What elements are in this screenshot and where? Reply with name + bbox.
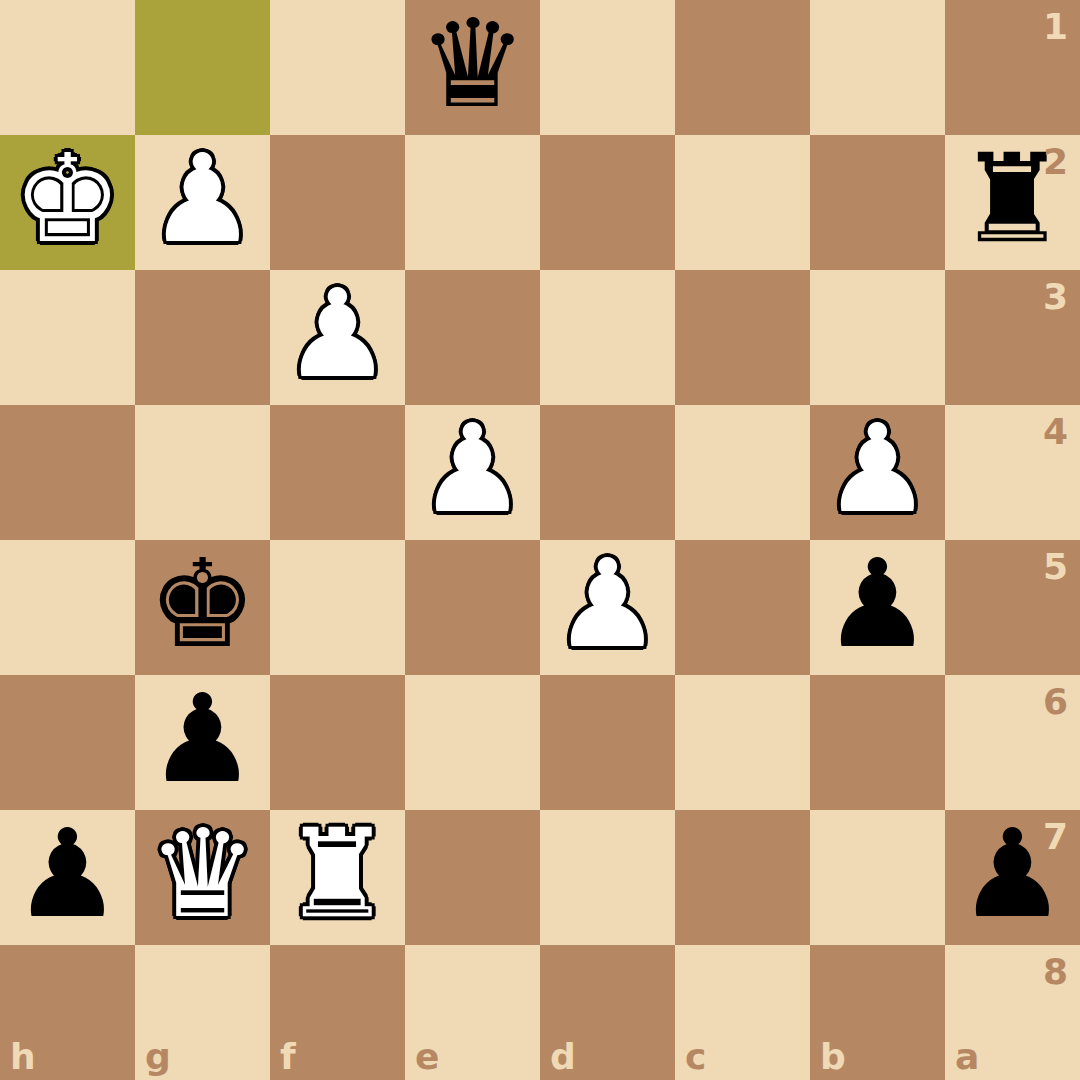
square-f1[interactable] [270, 0, 405, 135]
square-e5[interactable] [405, 540, 540, 675]
square-d4[interactable] [540, 405, 675, 540]
square-e8[interactable]: e [405, 945, 540, 1080]
square-b4[interactable]: ♟ [810, 405, 945, 540]
square-f4[interactable] [270, 405, 405, 540]
file-label-h: h [10, 1039, 36, 1075]
square-e7[interactable] [405, 810, 540, 945]
square-h3[interactable] [0, 270, 135, 405]
square-h2[interactable]: ♚ [0, 135, 135, 270]
file-label-d: d [550, 1039, 576, 1075]
square-e1[interactable]: ♛ [405, 0, 540, 135]
square-b6[interactable] [810, 675, 945, 810]
square-f2[interactable] [270, 135, 405, 270]
white-pawn-icon[interactable]: ♟ [553, 543, 662, 665]
square-g4[interactable] [135, 405, 270, 540]
square-d3[interactable] [540, 270, 675, 405]
black-pawn-icon[interactable]: ♟ [148, 678, 257, 800]
square-e4[interactable]: ♟ [405, 405, 540, 540]
white-pawn-icon[interactable]: ♟ [823, 408, 932, 530]
white-queen-icon[interactable]: ♛ [148, 813, 257, 935]
file-label-f: f [280, 1039, 296, 1075]
square-f8[interactable]: f [270, 945, 405, 1080]
square-e6[interactable] [405, 675, 540, 810]
square-c6[interactable] [675, 675, 810, 810]
rank-label-6: 6 [1043, 684, 1068, 720]
square-c4[interactable] [675, 405, 810, 540]
square-a7[interactable]: ♟7 [945, 810, 1080, 945]
file-label-e: e [415, 1039, 439, 1075]
square-g3[interactable] [135, 270, 270, 405]
white-king-icon[interactable]: ♚ [13, 138, 122, 260]
black-pawn-icon[interactable]: ♟ [13, 813, 122, 935]
square-b8[interactable]: b [810, 945, 945, 1080]
square-c7[interactable] [675, 810, 810, 945]
square-g2[interactable]: ♟ [135, 135, 270, 270]
square-d6[interactable] [540, 675, 675, 810]
square-d5[interactable]: ♟ [540, 540, 675, 675]
square-b2[interactable] [810, 135, 945, 270]
square-a1[interactable]: 1 [945, 0, 1080, 135]
square-h5[interactable] [0, 540, 135, 675]
file-label-c: c [685, 1039, 706, 1075]
square-h8[interactable]: h [0, 945, 135, 1080]
square-c3[interactable] [675, 270, 810, 405]
black-king-icon[interactable]: ♚ [148, 543, 257, 665]
square-c2[interactable] [675, 135, 810, 270]
rank-label-5: 5 [1043, 549, 1068, 585]
square-h6[interactable] [0, 675, 135, 810]
square-c5[interactable] [675, 540, 810, 675]
square-a8[interactable]: a8 [945, 945, 1080, 1080]
square-a4[interactable]: 4 [945, 405, 1080, 540]
square-g5[interactable]: ♚ [135, 540, 270, 675]
square-f3[interactable]: ♟ [270, 270, 405, 405]
white-pawn-icon[interactable]: ♟ [418, 408, 527, 530]
rank-label-1: 1 [1043, 9, 1068, 45]
square-a3[interactable]: 3 [945, 270, 1080, 405]
square-h1[interactable] [0, 0, 135, 135]
rank-label-7: 7 [1043, 819, 1068, 855]
square-e3[interactable] [405, 270, 540, 405]
black-queen-icon[interactable]: ♛ [418, 3, 527, 125]
rank-label-8: 8 [1043, 954, 1068, 990]
white-rook-icon[interactable]: ♜ [283, 813, 392, 935]
square-d8[interactable]: d [540, 945, 675, 1080]
rank-label-4: 4 [1043, 414, 1068, 450]
square-b3[interactable] [810, 270, 945, 405]
rank-label-3: 3 [1043, 279, 1068, 315]
white-pawn-icon[interactable]: ♟ [283, 273, 392, 395]
square-c8[interactable]: c [675, 945, 810, 1080]
square-b5[interactable]: ♟ [810, 540, 945, 675]
square-e2[interactable] [405, 135, 540, 270]
square-g6[interactable]: ♟ [135, 675, 270, 810]
square-d7[interactable] [540, 810, 675, 945]
square-b7[interactable] [810, 810, 945, 945]
file-label-b: b [820, 1039, 846, 1075]
square-a2[interactable]: ♜2 [945, 135, 1080, 270]
file-label-g: g [145, 1039, 171, 1075]
square-f7[interactable]: ♜ [270, 810, 405, 945]
square-h7[interactable]: ♟ [0, 810, 135, 945]
square-d1[interactable] [540, 0, 675, 135]
square-f6[interactable] [270, 675, 405, 810]
square-g7[interactable]: ♛ [135, 810, 270, 945]
square-a6[interactable]: 6 [945, 675, 1080, 810]
square-g8[interactable]: g [135, 945, 270, 1080]
file-label-a: a [955, 1039, 979, 1075]
rank-label-2: 2 [1043, 144, 1068, 180]
chess-board: ♛1♚♟♜2♟3♟♟4♚♟♟5♟6♟♛♜♟7hgfedcba8 [0, 0, 1080, 1080]
square-c1[interactable] [675, 0, 810, 135]
square-h4[interactable] [0, 405, 135, 540]
square-f5[interactable] [270, 540, 405, 675]
black-pawn-icon[interactable]: ♟ [823, 543, 932, 665]
white-pawn-icon[interactable]: ♟ [148, 138, 257, 260]
square-d2[interactable] [540, 135, 675, 270]
square-a5[interactable]: 5 [945, 540, 1080, 675]
square-b1[interactable] [810, 0, 945, 135]
square-g1[interactable] [135, 0, 270, 135]
